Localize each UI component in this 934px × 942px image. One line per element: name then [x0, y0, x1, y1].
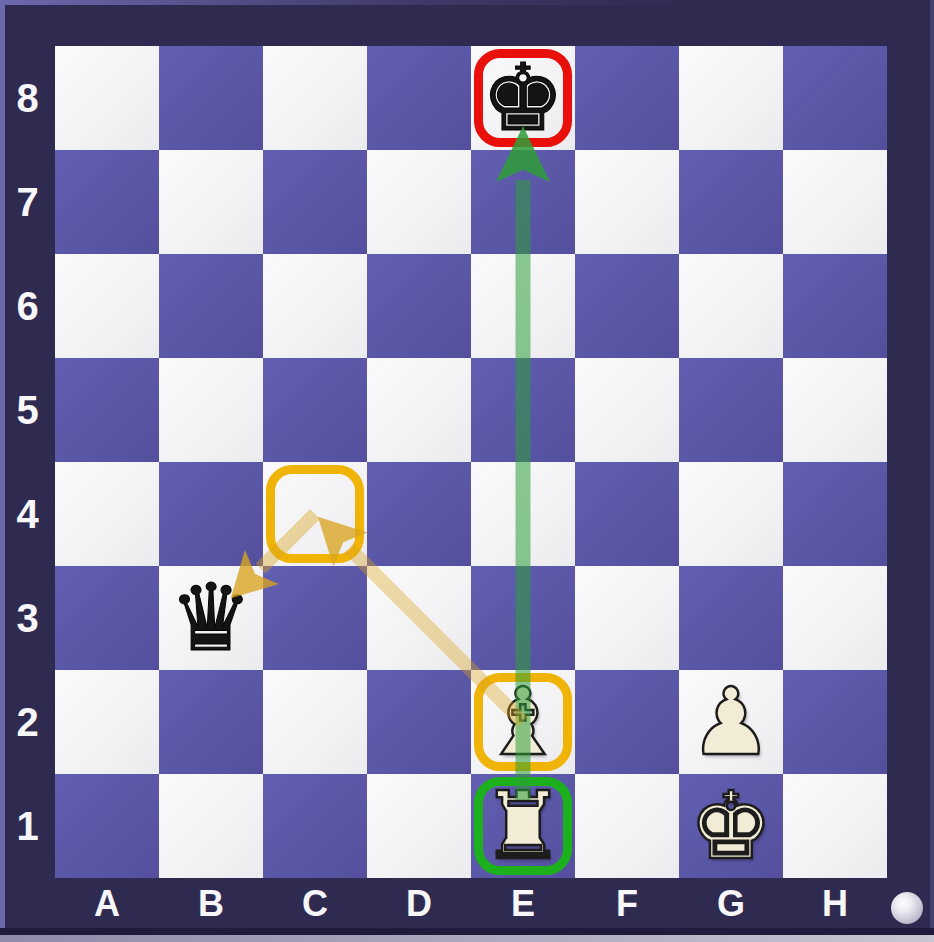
square-a4[interactable]	[55, 462, 159, 566]
square-a8[interactable]	[55, 46, 159, 150]
square-f2[interactable]	[575, 670, 679, 774]
square-e5[interactable]	[471, 358, 575, 462]
highlight-ring-c4	[266, 465, 364, 563]
square-h6[interactable]	[783, 254, 887, 358]
piece-white-bishop[interactable]: ♝	[471, 670, 575, 774]
file-label-c: C	[263, 878, 367, 930]
square-a7[interactable]	[55, 150, 159, 254]
file-label-a: A	[55, 878, 159, 930]
frame-strip-light	[0, 935, 934, 942]
square-a5[interactable]	[55, 358, 159, 462]
square-h4[interactable]	[783, 462, 887, 566]
square-h1[interactable]	[783, 774, 887, 878]
square-g5[interactable]	[679, 358, 783, 462]
frame-bevel-top	[0, 0, 934, 5]
file-label-h: H	[783, 878, 887, 930]
file-label-e: E	[471, 878, 575, 930]
square-a1[interactable]	[55, 774, 159, 878]
chess-board: ♚♛♝♟♜♚	[55, 46, 887, 878]
square-b7[interactable]	[159, 150, 263, 254]
square-c7[interactable]	[263, 150, 367, 254]
square-d1[interactable]	[367, 774, 471, 878]
square-d7[interactable]	[367, 150, 471, 254]
square-a2[interactable]	[55, 670, 159, 774]
piece-black-king[interactable]: ♚	[471, 46, 575, 150]
file-label-b: B	[159, 878, 263, 930]
square-e8[interactable]: ♚	[471, 46, 575, 150]
square-c2[interactable]	[263, 670, 367, 774]
piece-white-king[interactable]: ♚	[679, 774, 783, 878]
square-f5[interactable]	[575, 358, 679, 462]
frame-bevel-right	[930, 0, 934, 928]
rank-label-8: 8	[0, 46, 55, 150]
square-g3[interactable]	[679, 566, 783, 670]
square-e1[interactable]: ♜	[471, 774, 575, 878]
square-g4[interactable]	[679, 462, 783, 566]
square-e3[interactable]	[471, 566, 575, 670]
rank-label-3: 3	[0, 566, 55, 670]
square-b3[interactable]: ♛	[159, 566, 263, 670]
square-f6[interactable]	[575, 254, 679, 358]
square-g6[interactable]	[679, 254, 783, 358]
square-g1[interactable]: ♚	[679, 774, 783, 878]
square-c5[interactable]	[263, 358, 367, 462]
rank-label-1: 1	[0, 774, 55, 878]
square-c8[interactable]	[263, 46, 367, 150]
frame-bevel-left	[0, 0, 5, 928]
square-c4[interactable]	[263, 462, 367, 566]
square-b5[interactable]	[159, 358, 263, 462]
file-label-d: D	[367, 878, 471, 930]
frame-strip-dark	[0, 928, 934, 935]
rank-label-6: 6	[0, 254, 55, 358]
square-h3[interactable]	[783, 566, 887, 670]
square-h2[interactable]	[783, 670, 887, 774]
square-h7[interactable]	[783, 150, 887, 254]
file-label-f: F	[575, 878, 679, 930]
piece-white-rook[interactable]: ♜	[471, 774, 575, 878]
square-b4[interactable]	[159, 462, 263, 566]
square-d8[interactable]	[367, 46, 471, 150]
square-f1[interactable]	[575, 774, 679, 878]
square-c6[interactable]	[263, 254, 367, 358]
square-g2[interactable]: ♟	[679, 670, 783, 774]
square-a3[interactable]	[55, 566, 159, 670]
square-b6[interactable]	[159, 254, 263, 358]
rank-label-4: 4	[0, 462, 55, 566]
rank-label-5: 5	[0, 358, 55, 462]
chess-app-frame: ♚♛♝♟♜♚ 87654321 ABCDEFGH	[0, 0, 934, 942]
square-e7[interactable]	[471, 150, 575, 254]
square-e4[interactable]	[471, 462, 575, 566]
square-c3[interactable]	[263, 566, 367, 670]
piece-white-pawn[interactable]: ♟	[679, 670, 783, 774]
square-d5[interactable]	[367, 358, 471, 462]
square-d2[interactable]	[367, 670, 471, 774]
square-h5[interactable]	[783, 358, 887, 462]
square-b8[interactable]	[159, 46, 263, 150]
rank-label-2: 2	[0, 670, 55, 774]
square-d3[interactable]	[367, 566, 471, 670]
square-d6[interactable]	[367, 254, 471, 358]
square-f7[interactable]	[575, 150, 679, 254]
piece-black-queen[interactable]: ♛	[159, 566, 263, 670]
square-d4[interactable]	[367, 462, 471, 566]
square-e2[interactable]: ♝	[471, 670, 575, 774]
square-b1[interactable]	[159, 774, 263, 878]
square-f8[interactable]	[575, 46, 679, 150]
rank-label-7: 7	[0, 150, 55, 254]
file-label-g: G	[679, 878, 783, 930]
square-f4[interactable]	[575, 462, 679, 566]
square-h8[interactable]	[783, 46, 887, 150]
square-b2[interactable]	[159, 670, 263, 774]
square-g8[interactable]	[679, 46, 783, 150]
square-f3[interactable]	[575, 566, 679, 670]
square-c1[interactable]	[263, 774, 367, 878]
square-e6[interactable]	[471, 254, 575, 358]
square-g7[interactable]	[679, 150, 783, 254]
white-to-move-indicator	[891, 892, 923, 924]
square-a6[interactable]	[55, 254, 159, 358]
